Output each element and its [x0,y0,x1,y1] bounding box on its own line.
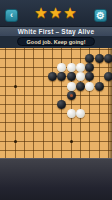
feedback-banner: Good job. Keep going! [17,37,95,46]
stone-white [67,82,76,91]
grid-line [0,113,112,114]
star-icon: ★ [34,4,48,21]
grid-line [0,104,112,105]
stone-white [85,82,94,91]
last-move-marker [70,94,73,97]
stone-black [85,72,94,81]
stone-black [67,72,76,81]
stone-black [85,63,94,72]
grid-line [0,95,112,96]
grid-line [0,122,112,123]
puzzle-title: White First – Stay Alive [0,26,112,36]
stone-black [57,100,66,109]
bottom-bar: Add Chance See Hint Place [0,158,112,200]
star-icon: ★ [63,4,77,21]
top-bar: ‹ ★★★ ⚙ [0,0,112,26]
star-point [14,85,17,88]
stone-white [76,63,85,72]
star-icon: ★ [49,4,63,21]
stone-black [85,54,94,63]
grid-line [0,49,112,50]
stone-black [95,54,104,63]
stone-white [67,63,76,72]
stone-white [57,63,66,72]
stone-black [95,82,104,91]
stone-black [104,72,112,81]
stone-black [76,82,85,91]
gear-icon: ⚙ [96,10,105,21]
go-board[interactable] [0,48,112,158]
stone-black [104,54,112,63]
stone-white [76,72,85,81]
star-point [70,140,73,143]
stone-white [76,109,85,118]
star-point [14,140,17,143]
stone-black-last-move [67,91,76,100]
grid-line [0,150,112,151]
grid-line [0,141,112,142]
settings-button[interactable]: ⚙ [94,9,107,22]
stone-black [48,72,57,81]
grid-line [0,67,112,68]
stone-white [67,109,76,118]
app-screen: ‹ ★★★ ⚙ White First – Stay Alive Good jo… [0,0,112,200]
stone-black [57,72,66,81]
grid-line [0,131,112,132]
